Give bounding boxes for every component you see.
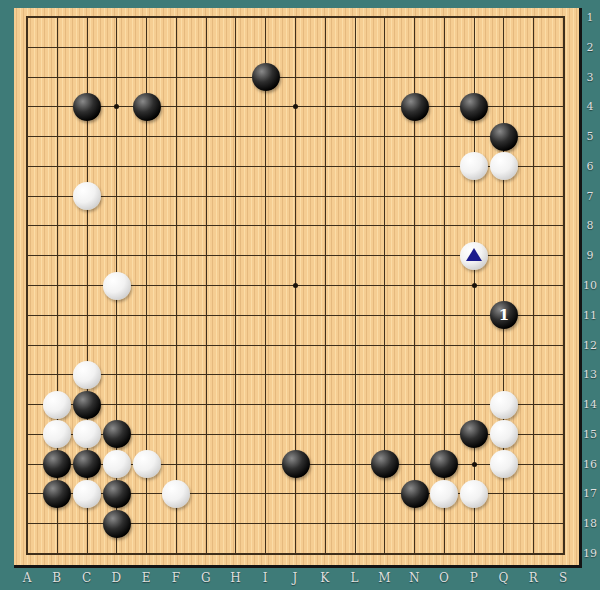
column-label-R: R — [529, 571, 538, 585]
row-label-11: 11 — [583, 308, 597, 321]
row-label-14: 14 — [583, 398, 597, 411]
column-label-A: A — [23, 571, 32, 585]
row-label-5: 5 — [587, 130, 594, 143]
stone-white — [73, 480, 101, 508]
stone-white — [103, 450, 131, 478]
row-label-8: 8 — [587, 219, 594, 232]
stone-black — [73, 391, 101, 419]
go-board[interactable]: 1 — [14, 8, 582, 568]
stone-white — [490, 391, 518, 419]
stone-black — [460, 93, 488, 121]
stone-black — [490, 123, 518, 151]
row-label-9: 9 — [587, 249, 594, 262]
column-label-F: F — [172, 571, 180, 585]
move-number-label: 1 — [490, 301, 518, 329]
row-label-2: 2 — [587, 40, 594, 53]
column-label-L: L — [351, 571, 359, 585]
column-label-C: C — [82, 571, 91, 585]
row-label-3: 3 — [587, 70, 594, 83]
row-label-7: 7 — [587, 189, 594, 202]
row-label-16: 16 — [583, 457, 597, 470]
column-label-N: N — [409, 571, 420, 585]
row-label-15: 15 — [583, 427, 597, 440]
column-label-K: K — [320, 571, 329, 585]
stone-black — [103, 480, 131, 508]
stone-white — [103, 272, 131, 300]
stone-white — [73, 361, 101, 389]
stone-black — [371, 450, 399, 478]
star-point — [472, 462, 477, 467]
row-label-18: 18 — [583, 517, 597, 530]
column-label-M: M — [378, 571, 390, 585]
row-label-19: 19 — [583, 547, 597, 560]
stone-black — [73, 93, 101, 121]
stone-white — [133, 450, 161, 478]
triangle-mark — [466, 248, 482, 261]
row-label-10: 10 — [583, 279, 597, 292]
column-label-E: E — [142, 571, 151, 585]
row-label-4: 4 — [587, 100, 594, 113]
column-label-Q: Q — [499, 571, 509, 585]
go-app-screen: 1 ABCDEFGHIJKLMNOPQRS 123456789101112131… — [0, 0, 600, 590]
row-label-12: 12 — [583, 338, 597, 351]
star-point — [293, 283, 298, 288]
column-label-H: H — [230, 571, 240, 585]
row-label-13: 13 — [583, 368, 597, 381]
star-point — [472, 283, 477, 288]
row-label-6: 6 — [587, 159, 594, 172]
stone-black — [282, 450, 310, 478]
column-label-P: P — [470, 571, 478, 585]
column-label-D: D — [112, 571, 122, 585]
stone-black — [133, 93, 161, 121]
stone-white — [490, 450, 518, 478]
column-label-S: S — [559, 571, 567, 585]
column-label-O: O — [439, 571, 449, 585]
row-label-1: 1 — [587, 11, 594, 24]
stone-white — [460, 480, 488, 508]
stone-black — [252, 63, 280, 91]
stone-black — [401, 480, 429, 508]
column-label-I: I — [263, 571, 268, 585]
column-label-G: G — [201, 571, 211, 585]
stone-black — [103, 510, 131, 538]
column-label-B: B — [52, 571, 61, 585]
column-label-J: J — [293, 571, 298, 585]
stone-black — [401, 93, 429, 121]
row-label-17: 17 — [583, 487, 597, 500]
stone-white — [43, 391, 71, 419]
